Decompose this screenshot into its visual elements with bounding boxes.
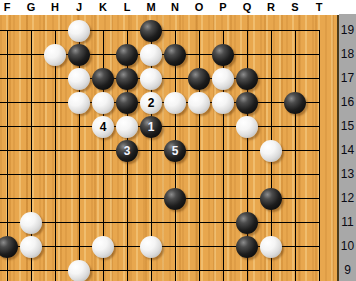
col-label-L: L	[124, 0, 131, 15]
stone-black-L18[interactable]	[116, 44, 138, 66]
go-board-window: FGHJKLMNOPQRST 191817161514131211109 241…	[0, 0, 356, 281]
grid-line-row-13	[0, 174, 320, 175]
stone-black-O17[interactable]	[188, 68, 210, 90]
col-label-K: K	[99, 0, 107, 15]
stone-white-L15[interactable]	[116, 116, 138, 138]
stone-white-O16[interactable]	[188, 92, 210, 114]
stone-black-Q10[interactable]	[236, 236, 258, 258]
stone-black-N14[interactable]: 5	[164, 140, 186, 162]
move-number-label: 4	[100, 120, 107, 134]
stone-black-M15[interactable]: 1	[140, 116, 162, 138]
row-label-12: 12	[339, 191, 356, 205]
row-label-14: 14	[339, 143, 356, 157]
col-label-O: O	[195, 0, 204, 15]
stone-white-K10[interactable]	[92, 236, 114, 258]
move-number-label: 5	[172, 144, 179, 158]
stone-white-J9[interactable]	[68, 260, 90, 281]
col-label-M: M	[146, 0, 155, 15]
stone-black-L17[interactable]	[116, 68, 138, 90]
stone-black-J18[interactable]	[68, 44, 90, 66]
stone-black-N12[interactable]	[164, 188, 186, 210]
row-label-17: 17	[339, 71, 356, 85]
col-label-T: T	[316, 0, 323, 15]
grid-line-col-H	[55, 30, 56, 281]
stone-black-Q11[interactable]	[236, 212, 258, 234]
row-label-11: 11	[339, 215, 356, 229]
stone-white-N16[interactable]	[164, 92, 186, 114]
stone-white-G10[interactable]	[20, 236, 42, 258]
stone-white-G11[interactable]	[20, 212, 42, 234]
stone-white-H18[interactable]	[44, 44, 66, 66]
stone-white-J16[interactable]	[68, 92, 90, 114]
col-label-J: J	[76, 0, 82, 15]
row-labels-bar: 191817161514131211109	[339, 14, 356, 281]
grid-line-row-9	[0, 270, 320, 271]
row-label-10: 10	[339, 239, 356, 253]
row-label-13: 13	[339, 167, 356, 181]
stone-black-R12[interactable]	[260, 188, 282, 210]
stone-white-M16[interactable]: 2	[140, 92, 162, 114]
stone-white-R10[interactable]	[260, 236, 282, 258]
stone-white-J17[interactable]	[68, 68, 90, 90]
stone-white-J19[interactable]	[68, 20, 90, 42]
grid-line-row-11	[0, 222, 320, 223]
col-label-R: R	[267, 0, 275, 15]
stone-white-M18[interactable]	[140, 44, 162, 66]
row-label-16: 16	[339, 95, 356, 109]
col-label-S: S	[291, 0, 298, 15]
row-label-15: 15	[339, 119, 356, 133]
stone-white-M17[interactable]	[140, 68, 162, 90]
grid-line-col-S	[295, 30, 296, 281]
stone-black-N18[interactable]	[164, 44, 186, 66]
stone-white-P17[interactable]	[212, 68, 234, 90]
stone-black-M19[interactable]	[140, 20, 162, 42]
col-label-F: F	[4, 0, 11, 15]
row-label-18: 18	[339, 47, 356, 61]
stone-black-K17[interactable]	[92, 68, 114, 90]
move-number-label: 3	[124, 144, 131, 158]
stone-white-K16[interactable]	[92, 92, 114, 114]
stone-black-Q17[interactable]	[236, 68, 258, 90]
stone-white-M10[interactable]	[140, 236, 162, 258]
col-label-Q: Q	[243, 0, 252, 15]
row-label-9: 9	[339, 263, 356, 277]
row-label-19: 19	[339, 23, 356, 37]
move-number-label: 2	[148, 96, 155, 110]
col-label-P: P	[219, 0, 226, 15]
column-labels-bar: FGHJKLMNOPQRST	[0, 0, 356, 15]
stone-black-P18[interactable]	[212, 44, 234, 66]
stone-black-S16[interactable]	[284, 92, 306, 114]
stone-black-L16[interactable]	[116, 92, 138, 114]
col-label-N: N	[171, 0, 179, 15]
stone-black-Q16[interactable]	[236, 92, 258, 114]
stone-white-K15[interactable]: 4	[92, 116, 114, 138]
col-label-H: H	[51, 0, 59, 15]
stone-black-L14[interactable]: 3	[116, 140, 138, 162]
col-label-G: G	[27, 0, 36, 15]
stone-white-Q15[interactable]	[236, 116, 258, 138]
stone-white-P16[interactable]	[212, 92, 234, 114]
move-number-label: 1	[148, 120, 155, 134]
grid-line-col-T	[319, 30, 320, 281]
stone-white-R14[interactable]	[260, 140, 282, 162]
